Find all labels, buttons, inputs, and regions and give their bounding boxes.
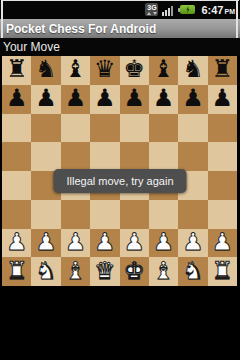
square-c5[interactable] [61, 142, 90, 171]
signal-strength-icon [161, 4, 174, 16]
clock-meridiem: PM [225, 8, 236, 15]
white-knight: ♞ [182, 259, 204, 283]
square-b8[interactable]: ♞ [31, 56, 60, 85]
square-a7[interactable]: ♟ [2, 85, 31, 114]
black-king: ♚ [123, 57, 145, 81]
square-f3[interactable] [149, 200, 178, 229]
square-a8[interactable]: ♜ [2, 56, 31, 85]
square-g6[interactable] [178, 114, 207, 143]
square-b1[interactable]: ♞ [31, 257, 60, 286]
black-rook: ♜ [6, 57, 28, 81]
app-title-bar: Pocket Chess For Android [0, 19, 240, 38]
clock: 6:47 PM [201, 4, 235, 16]
white-pawn: ♟ [212, 230, 234, 254]
square-d3[interactable] [90, 200, 119, 229]
black-pawn: ♟ [35, 86, 57, 110]
square-g1[interactable]: ♞ [178, 257, 207, 286]
square-b7[interactable]: ♟ [31, 85, 60, 114]
white-pawn: ♟ [65, 230, 87, 254]
square-f7[interactable]: ♟ [149, 85, 178, 114]
square-h1[interactable]: ♜ [208, 257, 237, 286]
black-bishop: ♝ [153, 57, 175, 81]
battery-charging-icon [180, 5, 195, 14]
square-b2[interactable]: ♟ [31, 229, 60, 258]
square-f6[interactable] [149, 114, 178, 143]
square-h3[interactable] [208, 200, 237, 229]
move-status-bar: Your Move [0, 38, 240, 56]
toast-message: Illegal move, try again [54, 169, 187, 193]
white-pawn: ♟ [123, 230, 145, 254]
white-rook: ♜ [212, 259, 234, 283]
square-e1[interactable]: ♚ [120, 257, 149, 286]
white-pawn: ♟ [182, 230, 204, 254]
square-c8[interactable]: ♝ [61, 56, 90, 85]
square-f8[interactable]: ♝ [149, 56, 178, 85]
square-g8[interactable]: ♞ [178, 56, 207, 85]
black-queen: ♛ [94, 57, 116, 81]
black-pawn: ♟ [182, 86, 204, 110]
square-f5[interactable] [149, 142, 178, 171]
white-bishop: ♝ [65, 259, 87, 283]
black-rook: ♜ [212, 57, 234, 81]
3g-network-icon: 3G [145, 3, 158, 16]
square-f2[interactable]: ♟ [149, 229, 178, 258]
square-c1[interactable]: ♝ [61, 257, 90, 286]
white-queen: ♛ [94, 259, 116, 283]
square-d5[interactable] [90, 142, 119, 171]
screen-frame-left [1, 0, 3, 38]
square-c2[interactable]: ♟ [61, 229, 90, 258]
black-pawn: ♟ [6, 86, 28, 110]
white-pawn: ♟ [35, 230, 57, 254]
white-bishop: ♝ [153, 259, 175, 283]
black-knight: ♞ [35, 57, 57, 81]
square-a5[interactable] [2, 142, 31, 171]
square-b3[interactable] [31, 200, 60, 229]
square-d8[interactable]: ♛ [90, 56, 119, 85]
screen-frame-top [1, 0, 239, 1]
black-knight: ♞ [182, 57, 204, 81]
square-h6[interactable] [208, 114, 237, 143]
square-e7[interactable]: ♟ [120, 85, 149, 114]
white-pawn: ♟ [94, 230, 116, 254]
move-status-label: Your Move [3, 40, 60, 54]
square-a2[interactable]: ♟ [2, 229, 31, 258]
black-pawn: ♟ [153, 86, 175, 110]
square-a4[interactable] [2, 171, 31, 200]
white-rook: ♜ [6, 259, 28, 283]
status-bar: 3G 6:47 PM [0, 0, 240, 19]
black-pawn: ♟ [212, 86, 234, 110]
app-title: Pocket Chess For Android [6, 22, 156, 36]
square-b5[interactable] [31, 142, 60, 171]
square-f1[interactable]: ♝ [149, 257, 178, 286]
square-g3[interactable] [178, 200, 207, 229]
square-e2[interactable]: ♟ [120, 229, 149, 258]
square-h2[interactable]: ♟ [208, 229, 237, 258]
black-pawn: ♟ [94, 86, 116, 110]
square-c6[interactable] [61, 114, 90, 143]
screen-frame-right [236, 0, 238, 38]
square-d1[interactable]: ♛ [90, 257, 119, 286]
square-h4[interactable] [208, 171, 237, 200]
square-h5[interactable] [208, 142, 237, 171]
square-e5[interactable] [120, 142, 149, 171]
square-h7[interactable]: ♟ [208, 85, 237, 114]
white-knight: ♞ [35, 259, 57, 283]
data-activity-arrows-icon [147, 12, 157, 15]
square-b6[interactable] [31, 114, 60, 143]
clock-time: 6:47 [201, 4, 223, 16]
black-pawn: ♟ [65, 86, 87, 110]
black-bishop: ♝ [65, 57, 87, 81]
square-g2[interactable]: ♟ [178, 229, 207, 258]
square-e3[interactable] [120, 200, 149, 229]
square-d2[interactable]: ♟ [90, 229, 119, 258]
white-king: ♚ [123, 259, 145, 283]
square-e8[interactable]: ♚ [120, 56, 149, 85]
square-c7[interactable]: ♟ [61, 85, 90, 114]
square-c3[interactable] [61, 200, 90, 229]
white-pawn: ♟ [6, 230, 28, 254]
square-d7[interactable]: ♟ [90, 85, 119, 114]
square-g5[interactable] [178, 142, 207, 171]
square-a6[interactable] [2, 114, 31, 143]
3g-network-label: 3G [147, 4, 156, 11]
square-e6[interactable] [120, 114, 149, 143]
square-d6[interactable] [90, 114, 119, 143]
black-pawn: ♟ [123, 86, 145, 110]
white-pawn: ♟ [153, 230, 175, 254]
square-h8[interactable]: ♜ [208, 56, 237, 85]
square-g7[interactable]: ♟ [178, 85, 207, 114]
square-a1[interactable]: ♜ [2, 257, 31, 286]
square-a3[interactable] [2, 200, 31, 229]
phone-screen: 3G 6:47 PM Pocket Chess For Android Your… [0, 0, 240, 360]
